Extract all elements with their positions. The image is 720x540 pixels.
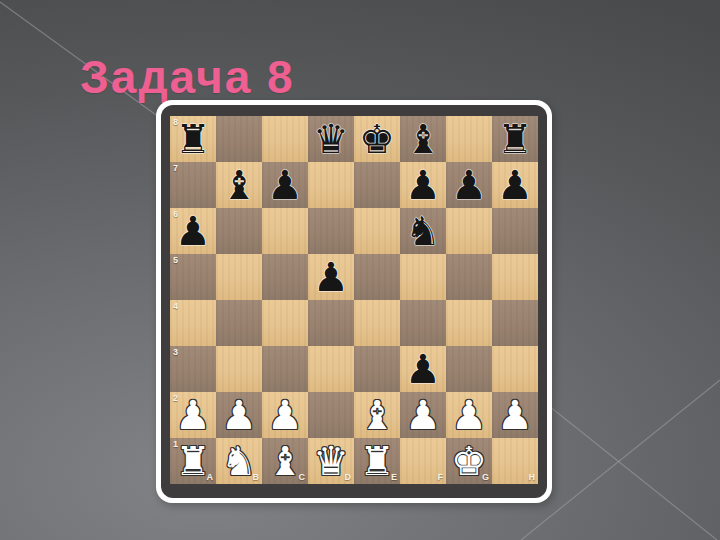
diagonal-line-bottom-right-2 (544, 402, 720, 540)
square-c3[interactable] (262, 346, 308, 392)
square-b6[interactable] (216, 208, 262, 254)
square-f1[interactable]: F (400, 438, 446, 484)
black-bishop-b7: ♝ (216, 162, 262, 208)
black-pawn-f3: ♟ (400, 346, 446, 392)
chessboard-image: 8♜♛♚♝♜7♝♟♟♟♟6♟♞5♟43♟2♟♟♟♝♟♟♟1A♜B♞C♝D♛E♜F… (156, 100, 552, 503)
square-h7[interactable]: ♟ (492, 162, 538, 208)
square-g7[interactable]: ♟ (446, 162, 492, 208)
square-b7[interactable]: ♝ (216, 162, 262, 208)
rank-label-3: 3 (173, 348, 178, 357)
black-bishop-f8: ♝ (400, 116, 446, 162)
square-b2[interactable]: ♟ (216, 392, 262, 438)
square-b4[interactable] (216, 300, 262, 346)
black-knight-f6: ♞ (400, 208, 446, 254)
rank-label-1: 1 (173, 440, 178, 449)
square-h1[interactable]: H (492, 438, 538, 484)
square-f6[interactable]: ♞ (400, 208, 446, 254)
square-a8[interactable]: 8♜ (170, 116, 216, 162)
file-label-d: D (345, 473, 352, 482)
square-d7[interactable] (308, 162, 354, 208)
square-c4[interactable] (262, 300, 308, 346)
square-g8[interactable] (446, 116, 492, 162)
square-d5[interactable]: ♟ (308, 254, 354, 300)
file-label-g: G (482, 473, 489, 482)
board-frame: 8♜♛♚♝♜7♝♟♟♟♟6♟♞5♟43♟2♟♟♟♝♟♟♟1A♜B♞C♝D♛E♜F… (161, 105, 547, 498)
square-b8[interactable] (216, 116, 262, 162)
square-e2[interactable]: ♝ (354, 392, 400, 438)
rank-label-8: 8 (173, 118, 178, 127)
square-f5[interactable] (400, 254, 446, 300)
rank-label-2: 2 (173, 394, 178, 403)
square-h2[interactable]: ♟ (492, 392, 538, 438)
square-b5[interactable] (216, 254, 262, 300)
square-a5[interactable]: 5 (170, 254, 216, 300)
black-pawn-c7: ♟ (262, 162, 308, 208)
presentation-slide: Задача 8 8♜♛♚♝♜7♝♟♟♟♟6♟♞5♟43♟2♟♟♟♝♟♟♟1A♜… (0, 0, 720, 540)
black-rook-h8: ♜ (492, 116, 538, 162)
square-c6[interactable] (262, 208, 308, 254)
rank-label-7: 7 (173, 164, 178, 173)
square-g3[interactable] (446, 346, 492, 392)
square-e8[interactable]: ♚ (354, 116, 400, 162)
square-a1[interactable]: 1A♜ (170, 438, 216, 484)
square-e3[interactable] (354, 346, 400, 392)
square-h4[interactable] (492, 300, 538, 346)
file-label-a: A (207, 473, 214, 482)
square-d3[interactable] (308, 346, 354, 392)
square-f8[interactable]: ♝ (400, 116, 446, 162)
file-label-f: F (438, 473, 444, 482)
square-a7[interactable]: 7 (170, 162, 216, 208)
square-d1[interactable]: D♛ (308, 438, 354, 484)
square-d6[interactable] (308, 208, 354, 254)
square-f7[interactable]: ♟ (400, 162, 446, 208)
square-e7[interactable] (354, 162, 400, 208)
square-h8[interactable]: ♜ (492, 116, 538, 162)
square-h3[interactable] (492, 346, 538, 392)
square-a2[interactable]: 2♟ (170, 392, 216, 438)
square-c2[interactable]: ♟ (262, 392, 308, 438)
file-label-e: E (391, 473, 397, 482)
slide-title: Задача 8 (80, 50, 295, 104)
square-e6[interactable] (354, 208, 400, 254)
rank-label-4: 4 (173, 302, 178, 311)
square-e5[interactable] (354, 254, 400, 300)
black-queen-d8: ♛ (308, 116, 354, 162)
square-g1[interactable]: G♚ (446, 438, 492, 484)
white-pawn-h2: ♟ (492, 392, 538, 438)
white-pawn-b2: ♟ (216, 392, 262, 438)
black-pawn-h7: ♟ (492, 162, 538, 208)
square-e1[interactable]: E♜ (354, 438, 400, 484)
square-f2[interactable]: ♟ (400, 392, 446, 438)
black-pawn-g7: ♟ (446, 162, 492, 208)
square-a6[interactable]: 6♟ (170, 208, 216, 254)
square-b1[interactable]: B♞ (216, 438, 262, 484)
file-label-h: H (529, 473, 536, 482)
square-a3[interactable]: 3 (170, 346, 216, 392)
black-king-e8: ♚ (354, 116, 400, 162)
rank-label-5: 5 (173, 256, 178, 265)
square-c8[interactable] (262, 116, 308, 162)
square-c1[interactable]: C♝ (262, 438, 308, 484)
square-c7[interactable]: ♟ (262, 162, 308, 208)
black-pawn-f7: ♟ (400, 162, 446, 208)
square-d8[interactable]: ♛ (308, 116, 354, 162)
square-a4[interactable]: 4 (170, 300, 216, 346)
square-c5[interactable] (262, 254, 308, 300)
white-pawn-g2: ♟ (446, 392, 492, 438)
square-g6[interactable] (446, 208, 492, 254)
white-pawn-c2: ♟ (262, 392, 308, 438)
square-g5[interactable] (446, 254, 492, 300)
square-f4[interactable] (400, 300, 446, 346)
white-bishop-e2: ♝ (354, 392, 400, 438)
square-f3[interactable]: ♟ (400, 346, 446, 392)
rank-label-6: 6 (173, 210, 178, 219)
file-label-c: C (299, 473, 306, 482)
square-b3[interactable] (216, 346, 262, 392)
square-e4[interactable] (354, 300, 400, 346)
square-h5[interactable] (492, 254, 538, 300)
square-d4[interactable] (308, 300, 354, 346)
chess-board: 8♜♛♚♝♜7♝♟♟♟♟6♟♞5♟43♟2♟♟♟♝♟♟♟1A♜B♞C♝D♛E♜F… (170, 116, 538, 484)
square-d2[interactable] (308, 392, 354, 438)
square-g4[interactable] (446, 300, 492, 346)
square-g2[interactable]: ♟ (446, 392, 492, 438)
square-h6[interactable] (492, 208, 538, 254)
file-label-b: B (253, 473, 260, 482)
white-pawn-f2: ♟ (400, 392, 446, 438)
black-pawn-d5: ♟ (308, 254, 354, 300)
